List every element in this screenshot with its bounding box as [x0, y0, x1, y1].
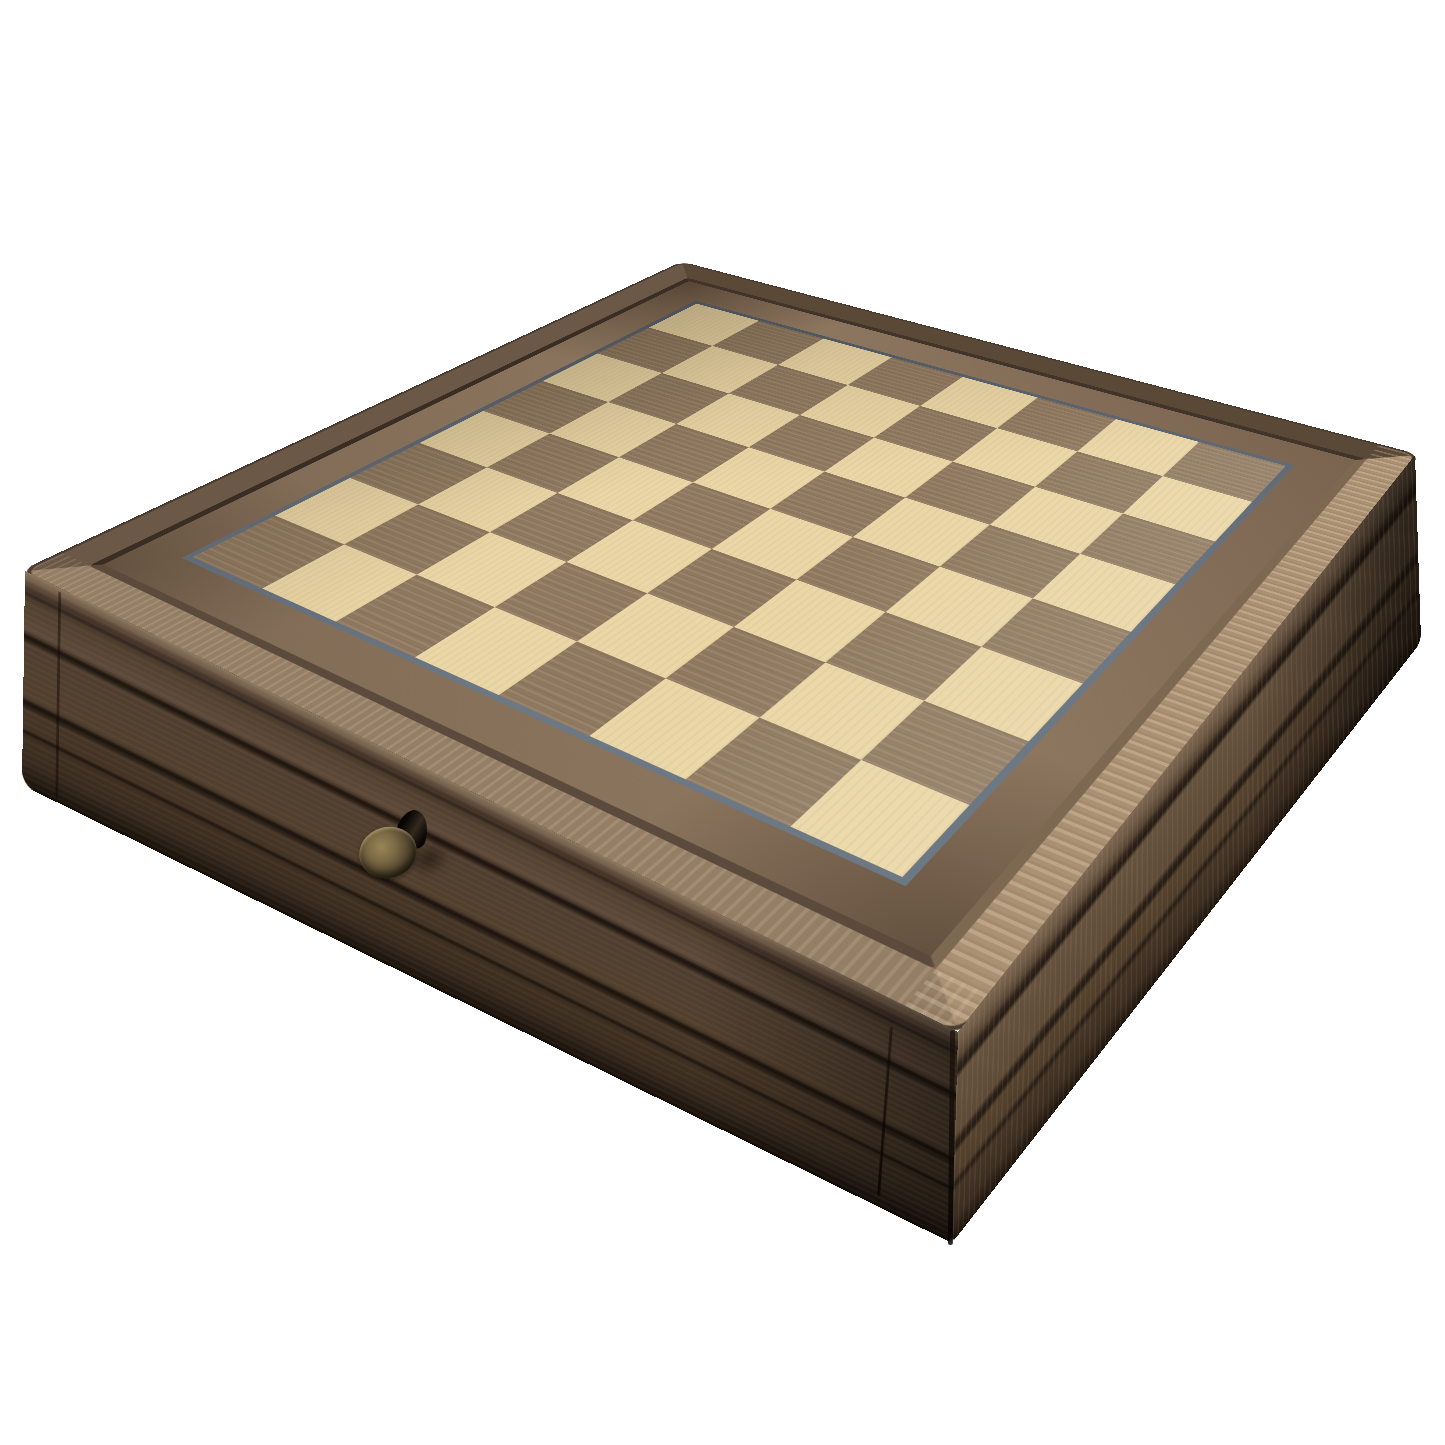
product-photo: [0, 0, 1445, 1445]
corner-molding-seam: [56, 592, 62, 799]
drawer-edge-seam: [877, 1026, 893, 1196]
